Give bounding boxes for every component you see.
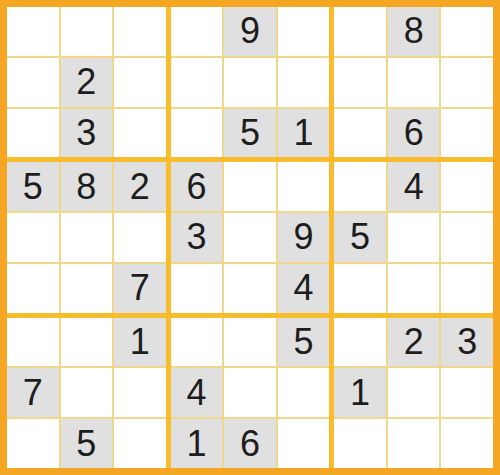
cell-r4c6-empty[interactable] <box>278 162 330 211</box>
cell-r2c9-empty[interactable] <box>441 58 493 107</box>
cell-r1c3-empty[interactable] <box>114 7 166 56</box>
cell-r1c6-empty[interactable] <box>278 7 330 56</box>
cell-r3c8-given: 6 <box>388 109 440 158</box>
cell-r9c6-empty[interactable] <box>278 419 330 468</box>
cell-r6c2-empty[interactable] <box>61 264 113 313</box>
cell-r2c6-empty[interactable] <box>278 58 330 107</box>
cell-r5c5-empty[interactable] <box>224 213 276 262</box>
cell-r8c1-given: 7 <box>7 368 59 417</box>
cell-r5c9-empty[interactable] <box>441 213 493 262</box>
cell-r4c7-empty[interactable] <box>334 162 386 211</box>
cell-r8c7-given: 1 <box>334 368 386 417</box>
cell-r6c3-given: 7 <box>114 264 166 313</box>
box-r2c1: 5827 <box>7 162 166 312</box>
cell-r4c2-given: 8 <box>61 162 113 211</box>
box-r2c2: 6394 <box>171 162 330 312</box>
cell-r5c8-empty[interactable] <box>388 213 440 262</box>
cell-r7c1-empty[interactable] <box>7 318 59 367</box>
cell-r3c5-given: 5 <box>224 109 276 158</box>
cell-r6c9-empty[interactable] <box>441 264 493 313</box>
cell-r9c3-empty[interactable] <box>114 419 166 468</box>
cell-r5c4-given: 3 <box>171 213 223 262</box>
cell-r8c6-empty[interactable] <box>278 368 330 417</box>
box-r1c2: 951 <box>171 7 330 157</box>
cell-r3c3-empty[interactable] <box>114 109 166 158</box>
cell-r4c9-empty[interactable] <box>441 162 493 211</box>
cell-r3c2-given: 3 <box>61 109 113 158</box>
cell-r7c4-empty[interactable] <box>171 318 223 367</box>
cell-r7c5-empty[interactable] <box>224 318 276 367</box>
cell-r8c2-empty[interactable] <box>61 368 113 417</box>
cell-r1c4-empty[interactable] <box>171 7 223 56</box>
cell-r2c4-empty[interactable] <box>171 58 223 107</box>
box-r3c3: 231 <box>334 318 493 468</box>
cell-r2c2-given: 2 <box>61 58 113 107</box>
cell-r9c7-empty[interactable] <box>334 419 386 468</box>
cell-r4c3-given: 2 <box>114 162 166 211</box>
cell-r6c1-empty[interactable] <box>7 264 59 313</box>
cell-r3c4-empty[interactable] <box>171 109 223 158</box>
cell-r6c6-given: 4 <box>278 264 330 313</box>
cell-r9c8-empty[interactable] <box>388 419 440 468</box>
cell-r9c2-given: 5 <box>61 419 113 468</box>
cell-r5c2-empty[interactable] <box>61 213 113 262</box>
cell-r1c1-empty[interactable] <box>7 7 59 56</box>
cell-r7c2-empty[interactable] <box>61 318 113 367</box>
cell-r8c4-given: 4 <box>171 368 223 417</box>
cell-r6c8-empty[interactable] <box>388 264 440 313</box>
cell-r9c5-given: 6 <box>224 419 276 468</box>
cell-r5c1-empty[interactable] <box>7 213 59 262</box>
cell-r7c7-empty[interactable] <box>334 318 386 367</box>
cell-r8c3-empty[interactable] <box>114 368 166 417</box>
cell-r4c5-empty[interactable] <box>224 162 276 211</box>
cell-r8c8-empty[interactable] <box>388 368 440 417</box>
cell-r1c8-given: 8 <box>388 7 440 56</box>
cell-r5c3-empty[interactable] <box>114 213 166 262</box>
cell-r2c8-empty[interactable] <box>388 58 440 107</box>
cell-r5c7-given: 5 <box>334 213 386 262</box>
cell-r8c5-empty[interactable] <box>224 368 276 417</box>
cell-r1c5-given: 9 <box>224 7 276 56</box>
sudoku-board: 239518658276394451755416231 <box>0 0 500 475</box>
cell-r5c6-given: 9 <box>278 213 330 262</box>
cell-r1c7-empty[interactable] <box>334 7 386 56</box>
cell-r2c5-empty[interactable] <box>224 58 276 107</box>
cell-r3c1-empty[interactable] <box>7 109 59 158</box>
cell-r8c9-empty[interactable] <box>441 368 493 417</box>
cell-r1c2-empty[interactable] <box>61 7 113 56</box>
box-r3c2: 5416 <box>171 318 330 468</box>
cell-r4c4-given: 6 <box>171 162 223 211</box>
cell-r6c5-empty[interactable] <box>224 264 276 313</box>
cell-r9c1-empty[interactable] <box>7 419 59 468</box>
cell-r3c9-empty[interactable] <box>441 109 493 158</box>
cell-r9c9-empty[interactable] <box>441 419 493 468</box>
cell-r6c4-empty[interactable] <box>171 264 223 313</box>
cell-r2c1-empty[interactable] <box>7 58 59 107</box>
cell-r2c7-empty[interactable] <box>334 58 386 107</box>
box-r1c3: 86 <box>334 7 493 157</box>
cell-r7c3-given: 1 <box>114 318 166 367</box>
cell-r3c7-empty[interactable] <box>334 109 386 158</box>
cell-r2c3-empty[interactable] <box>114 58 166 107</box>
box-r3c1: 175 <box>7 318 166 468</box>
cell-r7c8-given: 2 <box>388 318 440 367</box>
cell-r3c6-given: 1 <box>278 109 330 158</box>
cell-r6c7-empty[interactable] <box>334 264 386 313</box>
cell-r9c4-given: 1 <box>171 419 223 468</box>
cell-r4c8-given: 4 <box>388 162 440 211</box>
box-r1c1: 23 <box>7 7 166 157</box>
cell-r7c6-given: 5 <box>278 318 330 367</box>
cell-r1c9-empty[interactable] <box>441 7 493 56</box>
cell-r4c1-given: 5 <box>7 162 59 211</box>
cell-r7c9-given: 3 <box>441 318 493 367</box>
box-r2c3: 45 <box>334 162 493 312</box>
